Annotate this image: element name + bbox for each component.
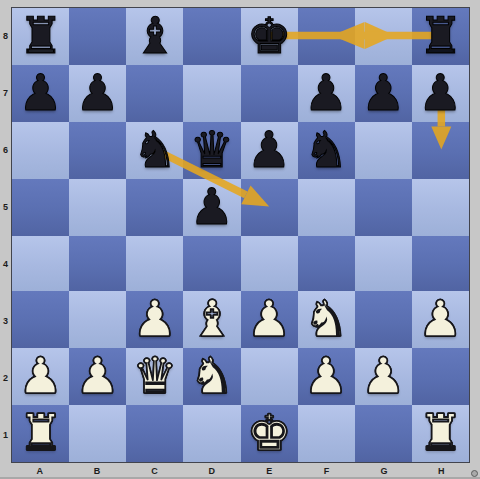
- square-g1[interactable]: [355, 405, 412, 462]
- square-b2[interactable]: ♟: [69, 348, 126, 405]
- square-c6[interactable]: ♞: [126, 122, 183, 179]
- rank-label-6: 6: [0, 145, 11, 155]
- piece-black-pawn[interactable]: ♟: [247, 122, 292, 179]
- square-e8[interactable]: ♚: [241, 8, 298, 65]
- square-d7[interactable]: [183, 65, 240, 122]
- square-d3[interactable]: ♝: [183, 291, 240, 348]
- rank-label-4: 4: [0, 259, 11, 269]
- file-label-F: F: [316, 466, 338, 476]
- piece-black-knight[interactable]: ♞: [132, 122, 177, 179]
- square-c5[interactable]: [126, 179, 183, 236]
- file-label-E: E: [258, 466, 280, 476]
- square-e4[interactable]: [241, 236, 298, 291]
- chess-board[interactable]: ♜♝♚♜♟♟♟♟♟♞♛♟♞♟♟♝♟♞♟♟♟♛♞♟♟♜♚♜: [11, 7, 470, 463]
- corner-dot-icon: [471, 470, 478, 477]
- piece-black-pawn[interactable]: ♟: [361, 65, 406, 122]
- piece-black-bishop[interactable]: ♝: [132, 8, 177, 65]
- piece-white-pawn[interactable]: ♟: [304, 348, 349, 405]
- square-d4[interactable]: [183, 236, 240, 291]
- square-f1[interactable]: [298, 405, 355, 462]
- rank-label-7: 7: [0, 88, 11, 98]
- square-g7[interactable]: ♟: [355, 65, 412, 122]
- square-g3[interactable]: [355, 291, 412, 348]
- square-c8[interactable]: ♝: [126, 8, 183, 65]
- square-d5[interactable]: ♟: [183, 179, 240, 236]
- piece-black-pawn[interactable]: ♟: [418, 65, 463, 122]
- piece-black-pawn[interactable]: ♟: [190, 179, 235, 236]
- rank-label-1: 1: [0, 430, 11, 440]
- square-f2[interactable]: ♟: [298, 348, 355, 405]
- file-label-A: A: [29, 466, 51, 476]
- board-frame: ♜♝♚♜♟♟♟♟♟♞♛♟♞♟♟♝♟♞♟♟♟♛♞♟♟♜♚♜ 87654321 AB…: [0, 0, 480, 479]
- piece-black-rook[interactable]: ♜: [418, 8, 463, 65]
- square-b6[interactable]: [69, 122, 126, 179]
- piece-white-knight[interactable]: ♞: [190, 348, 235, 405]
- square-b7[interactable]: ♟: [69, 65, 126, 122]
- square-d8[interactable]: [183, 8, 240, 65]
- square-a7[interactable]: ♟: [12, 65, 69, 122]
- square-h4[interactable]: [412, 236, 469, 291]
- square-h3[interactable]: ♟: [412, 291, 469, 348]
- square-f3[interactable]: ♞: [298, 291, 355, 348]
- piece-white-queen[interactable]: ♛: [132, 348, 177, 405]
- square-d1[interactable]: [183, 405, 240, 462]
- square-d2[interactable]: ♞: [183, 348, 240, 405]
- square-b4[interactable]: [69, 236, 126, 291]
- piece-black-pawn[interactable]: ♟: [18, 65, 63, 122]
- square-g2[interactable]: ♟: [355, 348, 412, 405]
- square-c7[interactable]: [126, 65, 183, 122]
- piece-white-pawn[interactable]: ♟: [75, 348, 120, 405]
- rank-label-5: 5: [0, 202, 11, 212]
- square-g4[interactable]: [355, 236, 412, 291]
- file-label-D: D: [201, 466, 223, 476]
- square-b5[interactable]: [69, 179, 126, 236]
- piece-black-queen[interactable]: ♛: [190, 122, 235, 179]
- square-h2[interactable]: [412, 348, 469, 405]
- piece-black-rook[interactable]: ♜: [18, 8, 63, 65]
- file-label-H: H: [430, 466, 452, 476]
- rank-label-2: 2: [0, 373, 11, 383]
- piece-white-king[interactable]: ♚: [247, 405, 292, 462]
- piece-black-knight[interactable]: ♞: [304, 122, 349, 179]
- square-a6[interactable]: [12, 122, 69, 179]
- square-f6[interactable]: ♞: [298, 122, 355, 179]
- square-e3[interactable]: ♟: [241, 291, 298, 348]
- square-h1[interactable]: ♜: [412, 405, 469, 462]
- square-f4[interactable]: [298, 236, 355, 291]
- piece-white-rook[interactable]: ♜: [18, 405, 63, 462]
- square-f7[interactable]: ♟: [298, 65, 355, 122]
- piece-white-pawn[interactable]: ♟: [132, 291, 177, 348]
- square-e2[interactable]: [241, 348, 298, 405]
- square-f5[interactable]: [298, 179, 355, 236]
- piece-white-bishop[interactable]: ♝: [190, 291, 235, 348]
- square-e5[interactable]: [241, 179, 298, 236]
- piece-white-pawn[interactable]: ♟: [18, 348, 63, 405]
- square-e1[interactable]: ♚: [241, 405, 298, 462]
- square-a2[interactable]: ♟: [12, 348, 69, 405]
- square-h6[interactable]: [412, 122, 469, 179]
- square-b8[interactable]: [69, 8, 126, 65]
- piece-white-pawn[interactable]: ♟: [247, 291, 292, 348]
- square-e6[interactable]: ♟: [241, 122, 298, 179]
- piece-black-pawn[interactable]: ♟: [75, 65, 120, 122]
- file-label-G: G: [373, 466, 395, 476]
- square-c1[interactable]: [126, 405, 183, 462]
- piece-black-pawn[interactable]: ♟: [304, 65, 349, 122]
- piece-black-king[interactable]: ♚: [247, 8, 292, 65]
- square-g5[interactable]: [355, 179, 412, 236]
- rank-label-8: 8: [0, 31, 11, 41]
- piece-white-pawn[interactable]: ♟: [361, 348, 406, 405]
- piece-white-pawn[interactable]: ♟: [418, 291, 463, 348]
- square-h7[interactable]: ♟: [412, 65, 469, 122]
- square-a8[interactable]: ♜: [12, 8, 69, 65]
- square-f8[interactable]: [298, 8, 355, 65]
- rank-label-3: 3: [0, 316, 11, 326]
- square-e7[interactable]: [241, 65, 298, 122]
- square-h8[interactable]: ♜: [412, 8, 469, 65]
- piece-white-rook[interactable]: ♜: [418, 405, 463, 462]
- square-c4[interactable]: [126, 236, 183, 291]
- square-b3[interactable]: [69, 291, 126, 348]
- piece-white-knight[interactable]: ♞: [304, 291, 349, 348]
- square-a5[interactable]: [12, 179, 69, 236]
- file-label-B: B: [86, 466, 108, 476]
- square-c3[interactable]: ♟: [126, 291, 183, 348]
- square-a1[interactable]: ♜: [12, 405, 69, 462]
- square-d6[interactable]: ♛: [183, 122, 240, 179]
- square-a3[interactable]: [12, 291, 69, 348]
- square-a4[interactable]: [12, 236, 69, 291]
- square-g6[interactable]: [355, 122, 412, 179]
- square-b1[interactable]: [69, 405, 126, 462]
- square-g8[interactable]: [355, 8, 412, 65]
- square-c2[interactable]: ♛: [126, 348, 183, 405]
- file-label-C: C: [143, 466, 165, 476]
- square-h5[interactable]: [412, 179, 469, 236]
